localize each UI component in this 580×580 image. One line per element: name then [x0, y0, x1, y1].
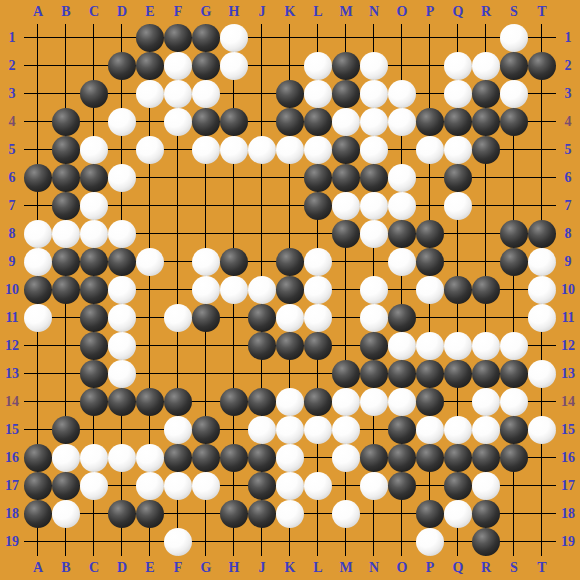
intersection-A13[interactable]: [24, 360, 52, 388]
intersection-L12[interactable]: [304, 332, 332, 360]
intersection-B3[interactable]: [52, 80, 80, 108]
intersection-S14[interactable]: [500, 388, 528, 416]
intersection-S12[interactable]: [500, 332, 528, 360]
intersection-A4[interactable]: [24, 108, 52, 136]
intersection-C5[interactable]: [80, 136, 108, 164]
intersection-D7[interactable]: [108, 192, 136, 220]
intersection-G15[interactable]: [192, 416, 220, 444]
intersection-D19[interactable]: [108, 528, 136, 556]
intersection-F8[interactable]: [164, 220, 192, 248]
intersection-A11[interactable]: [24, 304, 52, 332]
intersection-B8[interactable]: [52, 220, 80, 248]
intersection-N9[interactable]: [360, 248, 388, 276]
intersection-O4[interactable]: [388, 108, 416, 136]
intersection-E7[interactable]: [136, 192, 164, 220]
intersection-L13[interactable]: [304, 360, 332, 388]
intersection-O6[interactable]: [388, 164, 416, 192]
intersection-F1[interactable]: [164, 24, 192, 52]
intersection-P6[interactable]: [416, 164, 444, 192]
intersection-D8[interactable]: [108, 220, 136, 248]
intersection-Q17[interactable]: [444, 472, 472, 500]
intersection-S9[interactable]: [500, 248, 528, 276]
intersection-E12[interactable]: [136, 332, 164, 360]
intersection-R14[interactable]: [472, 388, 500, 416]
intersection-N8[interactable]: [360, 220, 388, 248]
intersection-H15[interactable]: [220, 416, 248, 444]
intersection-K4[interactable]: [276, 108, 304, 136]
intersection-F10[interactable]: [164, 276, 192, 304]
intersection-T11[interactable]: [528, 304, 556, 332]
intersection-H14[interactable]: [220, 388, 248, 416]
intersection-R11[interactable]: [472, 304, 500, 332]
intersection-D3[interactable]: [108, 80, 136, 108]
intersection-C6[interactable]: [80, 164, 108, 192]
intersection-E10[interactable]: [136, 276, 164, 304]
intersection-H5[interactable]: [220, 136, 248, 164]
intersection-N18[interactable]: [360, 500, 388, 528]
intersection-A15[interactable]: [24, 416, 52, 444]
intersection-O10[interactable]: [388, 276, 416, 304]
intersection-M3[interactable]: [332, 80, 360, 108]
intersection-G9[interactable]: [192, 248, 220, 276]
intersection-F2[interactable]: [164, 52, 192, 80]
intersection-M13[interactable]: [332, 360, 360, 388]
intersection-Q15[interactable]: [444, 416, 472, 444]
intersection-M10[interactable]: [332, 276, 360, 304]
intersection-N6[interactable]: [360, 164, 388, 192]
intersection-M1[interactable]: [332, 24, 360, 52]
intersection-S10[interactable]: [500, 276, 528, 304]
intersection-D14[interactable]: [108, 388, 136, 416]
intersection-J16[interactable]: [248, 444, 276, 472]
intersection-G12[interactable]: [192, 332, 220, 360]
intersection-K11[interactable]: [276, 304, 304, 332]
intersection-H2[interactable]: [220, 52, 248, 80]
intersection-S11[interactable]: [500, 304, 528, 332]
intersection-R15[interactable]: [472, 416, 500, 444]
intersection-H10[interactable]: [220, 276, 248, 304]
intersection-Q6[interactable]: [444, 164, 472, 192]
intersection-B15[interactable]: [52, 416, 80, 444]
intersection-T2[interactable]: [528, 52, 556, 80]
intersection-E15[interactable]: [136, 416, 164, 444]
intersection-B18[interactable]: [52, 500, 80, 528]
intersection-H8[interactable]: [220, 220, 248, 248]
intersection-D5[interactable]: [108, 136, 136, 164]
intersection-N7[interactable]: [360, 192, 388, 220]
intersection-H19[interactable]: [220, 528, 248, 556]
intersection-N16[interactable]: [360, 444, 388, 472]
intersection-O16[interactable]: [388, 444, 416, 472]
intersection-R4[interactable]: [472, 108, 500, 136]
intersection-G1[interactable]: [192, 24, 220, 52]
intersection-K10[interactable]: [276, 276, 304, 304]
intersection-O7[interactable]: [388, 192, 416, 220]
intersection-F7[interactable]: [164, 192, 192, 220]
intersection-A18[interactable]: [24, 500, 52, 528]
intersection-E16[interactable]: [136, 444, 164, 472]
intersection-K3[interactable]: [276, 80, 304, 108]
intersection-A9[interactable]: [24, 248, 52, 276]
intersection-O17[interactable]: [388, 472, 416, 500]
intersection-M15[interactable]: [332, 416, 360, 444]
intersection-C2[interactable]: [80, 52, 108, 80]
intersection-T12[interactable]: [528, 332, 556, 360]
intersection-S18[interactable]: [500, 500, 528, 528]
intersection-T3[interactable]: [528, 80, 556, 108]
intersection-O18[interactable]: [388, 500, 416, 528]
intersection-K6[interactable]: [276, 164, 304, 192]
intersection-J17[interactable]: [248, 472, 276, 500]
intersection-S7[interactable]: [500, 192, 528, 220]
intersection-S3[interactable]: [500, 80, 528, 108]
intersection-K14[interactable]: [276, 388, 304, 416]
intersection-C7[interactable]: [80, 192, 108, 220]
intersection-C8[interactable]: [80, 220, 108, 248]
intersection-B17[interactable]: [52, 472, 80, 500]
intersection-P19[interactable]: [416, 528, 444, 556]
intersection-F12[interactable]: [164, 332, 192, 360]
intersection-O8[interactable]: [388, 220, 416, 248]
intersection-R5[interactable]: [472, 136, 500, 164]
intersection-L4[interactable]: [304, 108, 332, 136]
intersection-J12[interactable]: [248, 332, 276, 360]
intersection-C3[interactable]: [80, 80, 108, 108]
intersection-Q1[interactable]: [444, 24, 472, 52]
intersection-O12[interactable]: [388, 332, 416, 360]
intersection-P14[interactable]: [416, 388, 444, 416]
intersection-O19[interactable]: [388, 528, 416, 556]
intersection-B7[interactable]: [52, 192, 80, 220]
intersection-F9[interactable]: [164, 248, 192, 276]
intersection-M17[interactable]: [332, 472, 360, 500]
intersection-H13[interactable]: [220, 360, 248, 388]
intersection-Q12[interactable]: [444, 332, 472, 360]
intersection-E2[interactable]: [136, 52, 164, 80]
intersection-A2[interactable]: [24, 52, 52, 80]
intersection-Q14[interactable]: [444, 388, 472, 416]
intersection-T1[interactable]: [528, 24, 556, 52]
intersection-D9[interactable]: [108, 248, 136, 276]
intersection-N11[interactable]: [360, 304, 388, 332]
intersection-N12[interactable]: [360, 332, 388, 360]
intersection-T8[interactable]: [528, 220, 556, 248]
intersection-B11[interactable]: [52, 304, 80, 332]
intersection-J2[interactable]: [248, 52, 276, 80]
intersection-T18[interactable]: [528, 500, 556, 528]
intersection-L2[interactable]: [304, 52, 332, 80]
intersection-A19[interactable]: [24, 528, 52, 556]
intersection-N2[interactable]: [360, 52, 388, 80]
intersection-T13[interactable]: [528, 360, 556, 388]
intersection-R6[interactable]: [472, 164, 500, 192]
intersection-C17[interactable]: [80, 472, 108, 500]
intersection-T15[interactable]: [528, 416, 556, 444]
intersection-M4[interactable]: [332, 108, 360, 136]
intersection-S13[interactable]: [500, 360, 528, 388]
intersection-P18[interactable]: [416, 500, 444, 528]
intersection-B5[interactable]: [52, 136, 80, 164]
intersection-D1[interactable]: [108, 24, 136, 52]
intersection-S19[interactable]: [500, 528, 528, 556]
intersection-J3[interactable]: [248, 80, 276, 108]
intersection-J13[interactable]: [248, 360, 276, 388]
intersection-B16[interactable]: [52, 444, 80, 472]
intersection-P9[interactable]: [416, 248, 444, 276]
intersection-K8[interactable]: [276, 220, 304, 248]
intersection-T14[interactable]: [528, 388, 556, 416]
intersection-Q7[interactable]: [444, 192, 472, 220]
intersection-L9[interactable]: [304, 248, 332, 276]
intersection-T4[interactable]: [528, 108, 556, 136]
intersection-G16[interactable]: [192, 444, 220, 472]
intersection-Q8[interactable]: [444, 220, 472, 248]
intersection-D16[interactable]: [108, 444, 136, 472]
intersection-K5[interactable]: [276, 136, 304, 164]
intersection-T10[interactable]: [528, 276, 556, 304]
intersection-Q18[interactable]: [444, 500, 472, 528]
intersection-O15[interactable]: [388, 416, 416, 444]
intersection-E5[interactable]: [136, 136, 164, 164]
intersection-C4[interactable]: [80, 108, 108, 136]
intersection-Q5[interactable]: [444, 136, 472, 164]
intersection-J5[interactable]: [248, 136, 276, 164]
intersection-D4[interactable]: [108, 108, 136, 136]
intersection-N1[interactable]: [360, 24, 388, 52]
intersection-J7[interactable]: [248, 192, 276, 220]
intersection-G2[interactable]: [192, 52, 220, 80]
intersection-R13[interactable]: [472, 360, 500, 388]
intersection-N13[interactable]: [360, 360, 388, 388]
intersection-H7[interactable]: [220, 192, 248, 220]
intersection-C9[interactable]: [80, 248, 108, 276]
intersection-S15[interactable]: [500, 416, 528, 444]
intersection-P7[interactable]: [416, 192, 444, 220]
intersection-Q3[interactable]: [444, 80, 472, 108]
intersection-S4[interactable]: [500, 108, 528, 136]
intersection-A10[interactable]: [24, 276, 52, 304]
intersection-O1[interactable]: [388, 24, 416, 52]
intersection-T19[interactable]: [528, 528, 556, 556]
intersection-F6[interactable]: [164, 164, 192, 192]
intersection-M19[interactable]: [332, 528, 360, 556]
intersection-K15[interactable]: [276, 416, 304, 444]
intersection-G18[interactable]: [192, 500, 220, 528]
intersection-J15[interactable]: [248, 416, 276, 444]
intersection-R19[interactable]: [472, 528, 500, 556]
intersection-C19[interactable]: [80, 528, 108, 556]
intersection-S1[interactable]: [500, 24, 528, 52]
intersection-F14[interactable]: [164, 388, 192, 416]
intersection-A5[interactable]: [24, 136, 52, 164]
intersection-M7[interactable]: [332, 192, 360, 220]
intersection-Q10[interactable]: [444, 276, 472, 304]
intersection-G8[interactable]: [192, 220, 220, 248]
intersection-L1[interactable]: [304, 24, 332, 52]
intersection-R1[interactable]: [472, 24, 500, 52]
intersection-L15[interactable]: [304, 416, 332, 444]
intersection-A1[interactable]: [24, 24, 52, 52]
intersection-C10[interactable]: [80, 276, 108, 304]
intersection-H3[interactable]: [220, 80, 248, 108]
intersection-F15[interactable]: [164, 416, 192, 444]
intersection-E18[interactable]: [136, 500, 164, 528]
intersection-M5[interactable]: [332, 136, 360, 164]
intersection-A6[interactable]: [24, 164, 52, 192]
intersection-L5[interactable]: [304, 136, 332, 164]
intersection-B9[interactable]: [52, 248, 80, 276]
intersection-T7[interactable]: [528, 192, 556, 220]
intersection-R8[interactable]: [472, 220, 500, 248]
intersection-J19[interactable]: [248, 528, 276, 556]
intersection-N3[interactable]: [360, 80, 388, 108]
intersection-D18[interactable]: [108, 500, 136, 528]
intersection-O14[interactable]: [388, 388, 416, 416]
intersection-K18[interactable]: [276, 500, 304, 528]
intersection-H9[interactable]: [220, 248, 248, 276]
intersection-G11[interactable]: [192, 304, 220, 332]
intersection-M18[interactable]: [332, 500, 360, 528]
intersection-E8[interactable]: [136, 220, 164, 248]
intersection-G6[interactable]: [192, 164, 220, 192]
intersection-R7[interactable]: [472, 192, 500, 220]
intersection-J6[interactable]: [248, 164, 276, 192]
intersection-G17[interactable]: [192, 472, 220, 500]
intersection-F11[interactable]: [164, 304, 192, 332]
intersection-L10[interactable]: [304, 276, 332, 304]
intersection-P12[interactable]: [416, 332, 444, 360]
intersection-K19[interactable]: [276, 528, 304, 556]
intersection-G13[interactable]: [192, 360, 220, 388]
intersection-Q16[interactable]: [444, 444, 472, 472]
intersection-S2[interactable]: [500, 52, 528, 80]
intersection-Q19[interactable]: [444, 528, 472, 556]
intersection-L11[interactable]: [304, 304, 332, 332]
intersection-J11[interactable]: [248, 304, 276, 332]
intersection-C13[interactable]: [80, 360, 108, 388]
intersection-L3[interactable]: [304, 80, 332, 108]
intersection-O2[interactable]: [388, 52, 416, 80]
intersection-T17[interactable]: [528, 472, 556, 500]
intersection-Q11[interactable]: [444, 304, 472, 332]
intersection-B6[interactable]: [52, 164, 80, 192]
intersection-J1[interactable]: [248, 24, 276, 52]
intersection-P16[interactable]: [416, 444, 444, 472]
intersection-B4[interactable]: [52, 108, 80, 136]
intersection-G4[interactable]: [192, 108, 220, 136]
intersection-A16[interactable]: [24, 444, 52, 472]
intersection-E17[interactable]: [136, 472, 164, 500]
intersection-D17[interactable]: [108, 472, 136, 500]
intersection-O11[interactable]: [388, 304, 416, 332]
intersection-P5[interactable]: [416, 136, 444, 164]
intersection-R17[interactable]: [472, 472, 500, 500]
intersection-K9[interactable]: [276, 248, 304, 276]
intersection-J10[interactable]: [248, 276, 276, 304]
intersection-F16[interactable]: [164, 444, 192, 472]
intersection-S17[interactable]: [500, 472, 528, 500]
intersection-E9[interactable]: [136, 248, 164, 276]
intersection-H17[interactable]: [220, 472, 248, 500]
intersection-L8[interactable]: [304, 220, 332, 248]
intersection-D10[interactable]: [108, 276, 136, 304]
intersection-L14[interactable]: [304, 388, 332, 416]
intersection-C16[interactable]: [80, 444, 108, 472]
intersection-R2[interactable]: [472, 52, 500, 80]
intersection-C18[interactable]: [80, 500, 108, 528]
intersection-E1[interactable]: [136, 24, 164, 52]
intersection-L6[interactable]: [304, 164, 332, 192]
intersection-P2[interactable]: [416, 52, 444, 80]
intersection-P17[interactable]: [416, 472, 444, 500]
intersection-E4[interactable]: [136, 108, 164, 136]
intersection-K17[interactable]: [276, 472, 304, 500]
intersection-M9[interactable]: [332, 248, 360, 276]
intersection-M8[interactable]: [332, 220, 360, 248]
intersection-L16[interactable]: [304, 444, 332, 472]
intersection-G14[interactable]: [192, 388, 220, 416]
intersection-G7[interactable]: [192, 192, 220, 220]
intersection-T6[interactable]: [528, 164, 556, 192]
intersection-F13[interactable]: [164, 360, 192, 388]
intersection-M11[interactable]: [332, 304, 360, 332]
intersection-J18[interactable]: [248, 500, 276, 528]
intersection-H18[interactable]: [220, 500, 248, 528]
intersection-H6[interactable]: [220, 164, 248, 192]
intersection-E11[interactable]: [136, 304, 164, 332]
intersection-G3[interactable]: [192, 80, 220, 108]
intersection-E19[interactable]: [136, 528, 164, 556]
intersection-P10[interactable]: [416, 276, 444, 304]
intersection-C12[interactable]: [80, 332, 108, 360]
intersection-D2[interactable]: [108, 52, 136, 80]
intersection-B12[interactable]: [52, 332, 80, 360]
intersection-G10[interactable]: [192, 276, 220, 304]
intersection-A8[interactable]: [24, 220, 52, 248]
intersection-T5[interactable]: [528, 136, 556, 164]
intersection-E6[interactable]: [136, 164, 164, 192]
intersection-N10[interactable]: [360, 276, 388, 304]
intersection-F4[interactable]: [164, 108, 192, 136]
intersection-J9[interactable]: [248, 248, 276, 276]
intersection-P15[interactable]: [416, 416, 444, 444]
intersection-A17[interactable]: [24, 472, 52, 500]
intersection-N4[interactable]: [360, 108, 388, 136]
intersection-R9[interactable]: [472, 248, 500, 276]
intersection-E3[interactable]: [136, 80, 164, 108]
intersection-S5[interactable]: [500, 136, 528, 164]
intersection-C1[interactable]: [80, 24, 108, 52]
intersection-C11[interactable]: [80, 304, 108, 332]
intersection-H12[interactable]: [220, 332, 248, 360]
intersection-R16[interactable]: [472, 444, 500, 472]
intersection-S16[interactable]: [500, 444, 528, 472]
intersection-Q4[interactable]: [444, 108, 472, 136]
intersection-P1[interactable]: [416, 24, 444, 52]
intersection-O3[interactable]: [388, 80, 416, 108]
intersection-B10[interactable]: [52, 276, 80, 304]
intersection-F3[interactable]: [164, 80, 192, 108]
intersection-P13[interactable]: [416, 360, 444, 388]
intersection-R18[interactable]: [472, 500, 500, 528]
intersection-H11[interactable]: [220, 304, 248, 332]
intersection-A3[interactable]: [24, 80, 52, 108]
intersection-O9[interactable]: [388, 248, 416, 276]
intersection-L7[interactable]: [304, 192, 332, 220]
intersection-R10[interactable]: [472, 276, 500, 304]
intersection-P4[interactable]: [416, 108, 444, 136]
intersection-A12[interactable]: [24, 332, 52, 360]
